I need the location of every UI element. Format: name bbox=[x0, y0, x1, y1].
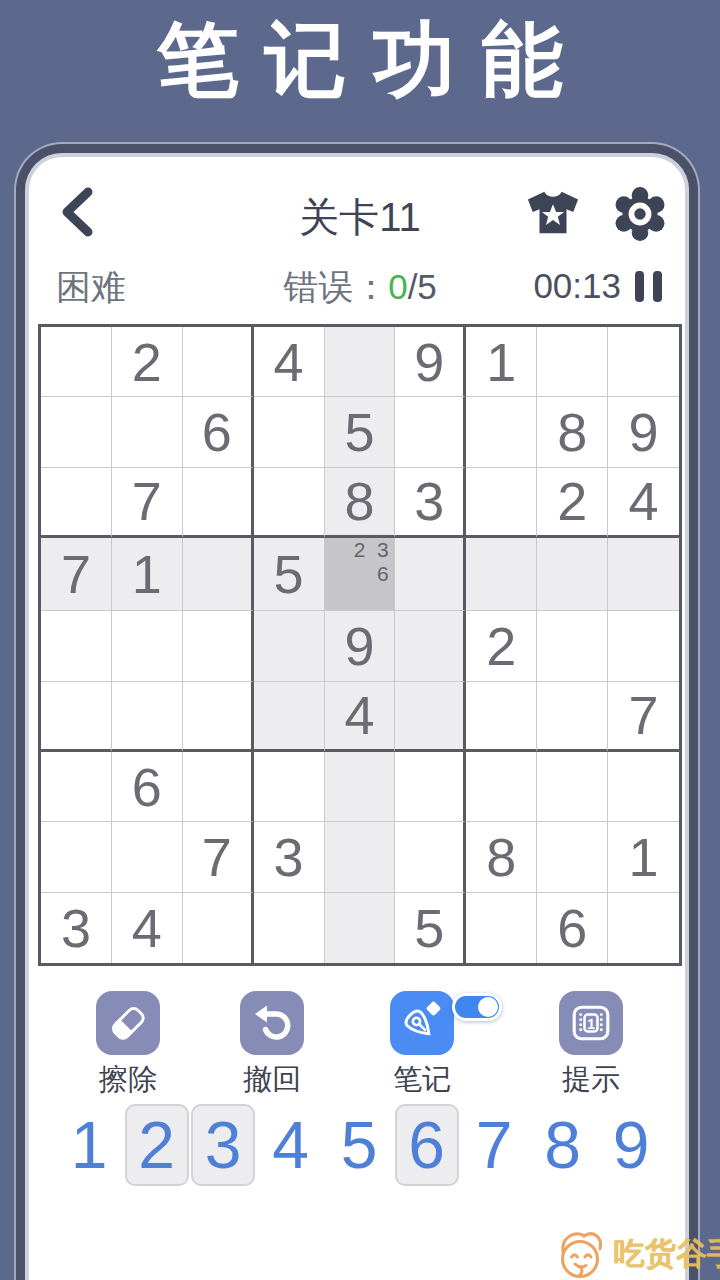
cell-r6c2[interactable] bbox=[112, 682, 183, 752]
erase-label: 擦除 bbox=[68, 1060, 188, 1100]
watermark-mascot-icon bbox=[552, 1228, 610, 1280]
sudoku-grid: 24916589783247152369247673813456 bbox=[38, 324, 682, 966]
numpad-8[interactable]: 8 bbox=[530, 1103, 596, 1187]
cell-r3c1[interactable] bbox=[41, 468, 112, 538]
cell-r7c7[interactable] bbox=[466, 752, 537, 822]
numpad-5[interactable]: 5 bbox=[326, 1103, 392, 1187]
cell-r3c7[interactable] bbox=[466, 468, 537, 538]
numpad-6[interactable]: 6 bbox=[395, 1104, 459, 1186]
cell-r8c2[interactable] bbox=[112, 822, 183, 892]
cell-r9c1[interactable]: 3 bbox=[41, 893, 112, 963]
timer: 00:13 bbox=[533, 266, 621, 306]
cell-r1c2[interactable]: 2 bbox=[112, 327, 183, 397]
cell-r5c2[interactable] bbox=[112, 611, 183, 681]
cell-r8c9[interactable]: 1 bbox=[608, 822, 679, 892]
cell-r4c8[interactable] bbox=[537, 538, 608, 611]
cell-r3c4[interactable] bbox=[254, 468, 325, 538]
cell-r1c7[interactable]: 1 bbox=[466, 327, 537, 397]
notes-toggle[interactable] bbox=[452, 993, 502, 1021]
cell-r3c9[interactable]: 4 bbox=[608, 468, 679, 538]
cell-r1c8[interactable] bbox=[537, 327, 608, 397]
cell-r9c5[interactable] bbox=[325, 893, 396, 963]
mistakes-total: /5 bbox=[408, 267, 437, 306]
cell-r9c4[interactable] bbox=[254, 893, 325, 963]
cell-r1c1[interactable] bbox=[41, 327, 112, 397]
cell-r7c1[interactable] bbox=[41, 752, 112, 822]
mistakes-value: 0 bbox=[388, 267, 407, 306]
cell-r2c5[interactable]: 5 bbox=[325, 397, 396, 467]
cell-r6c3[interactable] bbox=[183, 682, 254, 752]
cell-r4c4[interactable]: 5 bbox=[254, 538, 325, 611]
cell-r7c2[interactable]: 6 bbox=[112, 752, 183, 822]
pause-button[interactable] bbox=[635, 271, 662, 302]
watermark: 吃货谷手游 bbox=[552, 1228, 720, 1280]
cell-r7c3[interactable] bbox=[183, 752, 254, 822]
cell-r8c3[interactable]: 7 bbox=[183, 822, 254, 892]
cell-r8c6[interactable] bbox=[395, 822, 466, 892]
cell-r1c6[interactable]: 9 bbox=[395, 327, 466, 397]
notes-label: 笔记 bbox=[362, 1060, 482, 1100]
cell-r2c9[interactable]: 9 bbox=[608, 397, 679, 467]
cell-r5c1[interactable] bbox=[41, 611, 112, 681]
undo-arrow-icon bbox=[251, 1002, 293, 1044]
cell-r2c4[interactable] bbox=[254, 397, 325, 467]
cell-r4c1[interactable]: 7 bbox=[41, 538, 112, 611]
hint-label: 提示 bbox=[531, 1060, 651, 1100]
cell-r7c6[interactable] bbox=[395, 752, 466, 822]
number-pad: 123456789 bbox=[56, 1102, 664, 1188]
cell-r7c4[interactable] bbox=[254, 752, 325, 822]
cell-r6c5[interactable]: 4 bbox=[325, 682, 396, 752]
erase-button[interactable] bbox=[96, 991, 160, 1055]
cell-r3c3[interactable] bbox=[183, 468, 254, 538]
cell-r6c9[interactable]: 7 bbox=[608, 682, 679, 752]
cell-r6c7[interactable] bbox=[466, 682, 537, 752]
cell-r5c4[interactable] bbox=[254, 611, 325, 681]
hint-count: 1 bbox=[587, 1016, 595, 1032]
hint-button[interactable]: 1 bbox=[559, 991, 623, 1055]
cell-r9c7[interactable] bbox=[466, 893, 537, 963]
cell-r8c1[interactable] bbox=[41, 822, 112, 892]
eraser-icon bbox=[107, 1002, 149, 1044]
cell-r1c4[interactable]: 4 bbox=[254, 327, 325, 397]
cell-r5c6[interactable] bbox=[395, 611, 466, 681]
cell-r1c5[interactable] bbox=[325, 327, 396, 397]
cell-r4c2[interactable]: 1 bbox=[112, 538, 183, 611]
cell-r4c9[interactable] bbox=[608, 538, 679, 611]
cell-r1c9[interactable] bbox=[608, 327, 679, 397]
cell-r3c8[interactable]: 2 bbox=[537, 468, 608, 538]
notes-button[interactable] bbox=[390, 991, 454, 1055]
watermark-text: 吃货谷手游 bbox=[614, 1233, 720, 1275]
cell-r7c9[interactable] bbox=[608, 752, 679, 822]
cell-r1c3[interactable] bbox=[183, 327, 254, 397]
undo-label: 撤回 bbox=[212, 1060, 332, 1100]
cell-r2c6[interactable] bbox=[395, 397, 466, 467]
cell-r5c3[interactable] bbox=[183, 611, 254, 681]
theme-button[interactable] bbox=[526, 189, 580, 241]
cell-r3c5[interactable]: 8 bbox=[325, 468, 396, 538]
cell-r3c2[interactable]: 7 bbox=[112, 468, 183, 538]
toggle-knob bbox=[478, 997, 498, 1017]
cell-r4c3[interactable] bbox=[183, 538, 254, 611]
cell-r5c7[interactable]: 2 bbox=[466, 611, 537, 681]
undo-button[interactable] bbox=[240, 991, 304, 1055]
numpad-3[interactable]: 3 bbox=[191, 1104, 255, 1186]
cell-r8c4[interactable]: 3 bbox=[254, 822, 325, 892]
mistakes-label: 错误： bbox=[283, 267, 388, 306]
cell-r9c3[interactable] bbox=[183, 893, 254, 963]
cell-r5c5[interactable]: 9 bbox=[325, 611, 396, 681]
cell-r2c8[interactable]: 8 bbox=[537, 397, 608, 467]
cell-r2c2[interactable] bbox=[112, 397, 183, 467]
cell-r8c8[interactable] bbox=[537, 822, 608, 892]
cell-r8c7[interactable]: 8 bbox=[466, 822, 537, 892]
numpad-2[interactable]: 2 bbox=[125, 1104, 189, 1186]
cell-r2c3[interactable]: 6 bbox=[183, 397, 254, 467]
cell-r4c6[interactable] bbox=[395, 538, 466, 611]
cell-r6c8[interactable] bbox=[537, 682, 608, 752]
cell-r9c8[interactable]: 6 bbox=[537, 893, 608, 963]
pencil-notes: 236 bbox=[325, 538, 395, 610]
settings-button[interactable] bbox=[612, 186, 668, 246]
cell-r2c7[interactable] bbox=[466, 397, 537, 467]
cell-r6c6[interactable] bbox=[395, 682, 466, 752]
numpad-7[interactable]: 7 bbox=[461, 1103, 527, 1187]
numpad-1[interactable]: 1 bbox=[56, 1103, 122, 1187]
cell-r7c8[interactable] bbox=[537, 752, 608, 822]
cell-r5c9[interactable] bbox=[608, 611, 679, 681]
numpad-4[interactable]: 4 bbox=[258, 1103, 324, 1187]
tshirt-star-icon bbox=[526, 189, 580, 237]
hint-frame-icon: 1 bbox=[570, 1002, 612, 1044]
cell-r4c5[interactable]: 236 bbox=[325, 538, 396, 611]
cell-r9c9[interactable] bbox=[608, 893, 679, 963]
cell-r3c6[interactable]: 3 bbox=[395, 468, 466, 538]
cell-r4c7[interactable] bbox=[466, 538, 537, 611]
cell-r9c2[interactable]: 4 bbox=[112, 893, 183, 963]
cell-r8c5[interactable] bbox=[325, 822, 396, 892]
cell-r9c6[interactable]: 5 bbox=[395, 893, 466, 963]
cell-r6c1[interactable] bbox=[41, 682, 112, 752]
cell-r2c1[interactable] bbox=[41, 397, 112, 467]
pen-nib-icon bbox=[400, 1001, 444, 1045]
cell-r7c5[interactable] bbox=[325, 752, 396, 822]
numpad-9[interactable]: 9 bbox=[598, 1103, 664, 1187]
settings-gear-icon bbox=[612, 186, 668, 242]
cell-r5c8[interactable] bbox=[537, 611, 608, 681]
cell-r6c4[interactable] bbox=[254, 682, 325, 752]
